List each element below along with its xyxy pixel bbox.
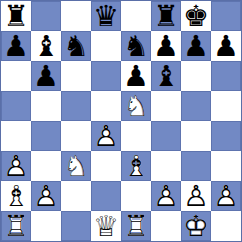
square-e6[interactable]: ♟	[121, 61, 151, 91]
square-d3[interactable]	[91, 151, 121, 181]
square-g6[interactable]	[181, 61, 211, 91]
square-f2[interactable]: ♟♙	[151, 181, 181, 211]
square-b4[interactable]	[31, 121, 61, 151]
piece-white-rook: ♖	[1, 211, 31, 241]
square-a8[interactable]: ♜	[1, 1, 31, 31]
square-g4[interactable]	[181, 121, 211, 151]
square-b8[interactable]	[31, 1, 61, 31]
square-g7[interactable]: ♟	[181, 31, 211, 61]
square-h3[interactable]	[211, 151, 241, 181]
square-h5[interactable]	[211, 91, 241, 121]
square-e8[interactable]	[121, 1, 151, 31]
piece-white-pawn: ♙	[91, 121, 121, 151]
piece-black-bishop: ♝	[151, 61, 181, 91]
square-c1[interactable]	[61, 211, 91, 241]
piece-white-pawn: ♙	[1, 151, 31, 181]
square-a2[interactable]: ♝♗	[1, 181, 31, 211]
square-d5[interactable]	[91, 91, 121, 121]
square-f1[interactable]	[151, 211, 181, 241]
piece-white-bishop: ♗	[1, 181, 31, 211]
square-g3[interactable]	[181, 151, 211, 181]
square-c7[interactable]: ♞	[61, 31, 91, 61]
piece-black-king: ♚	[181, 1, 211, 31]
piece-white-knight-fill: ♞	[61, 151, 91, 181]
square-d7[interactable]	[91, 31, 121, 61]
piece-white-queen: ♕	[91, 211, 121, 241]
square-f4[interactable]	[151, 121, 181, 151]
chess-board: ♜♛♜♚♟♝♞♞♟♟♟♟♟♝♞♘♟♙♟♙♞♘♝♗♝♗♟♙♟♙♟♙♟♙♜♖♛♕♜♖…	[0, 0, 242, 242]
piece-white-king: ♔	[181, 211, 211, 241]
square-a1[interactable]: ♜♖	[1, 211, 31, 241]
square-c5[interactable]	[61, 91, 91, 121]
square-a4[interactable]	[1, 121, 31, 151]
square-h1[interactable]	[211, 211, 241, 241]
square-d1[interactable]: ♛♕	[91, 211, 121, 241]
square-g2[interactable]: ♟♙	[181, 181, 211, 211]
piece-white-rook-fill: ♜	[1, 211, 31, 241]
square-f6[interactable]: ♝	[151, 61, 181, 91]
square-d4[interactable]: ♟♙	[91, 121, 121, 151]
square-c8[interactable]	[61, 1, 91, 31]
piece-white-pawn-fill: ♟	[181, 181, 211, 211]
square-a3[interactable]: ♟♙	[1, 151, 31, 181]
piece-black-bishop: ♝	[31, 31, 61, 61]
piece-white-pawn-fill: ♟	[31, 181, 61, 211]
piece-white-king-fill: ♚	[181, 211, 211, 241]
square-d2[interactable]	[91, 181, 121, 211]
square-e2[interactable]	[121, 181, 151, 211]
piece-black-knight: ♞	[61, 31, 91, 61]
square-e3[interactable]: ♝♗	[121, 151, 151, 181]
square-f7[interactable]: ♟	[151, 31, 181, 61]
piece-white-pawn: ♙	[31, 181, 61, 211]
piece-black-pawn: ♟	[211, 31, 241, 61]
piece-white-bishop-fill: ♝	[1, 181, 31, 211]
piece-white-rook-fill: ♜	[121, 211, 151, 241]
piece-black-queen: ♛	[91, 1, 121, 31]
square-h7[interactable]: ♟	[211, 31, 241, 61]
piece-black-rook: ♜	[151, 1, 181, 31]
square-c4[interactable]	[61, 121, 91, 151]
square-f3[interactable]	[151, 151, 181, 181]
square-e1[interactable]: ♜♖	[121, 211, 151, 241]
square-c2[interactable]	[61, 181, 91, 211]
piece-white-bishop-fill: ♝	[121, 151, 151, 181]
piece-white-knight-fill: ♞	[121, 91, 151, 121]
square-g1[interactable]: ♚♔	[181, 211, 211, 241]
square-b2[interactable]: ♟♙	[31, 181, 61, 211]
square-h8[interactable]	[211, 1, 241, 31]
piece-black-pawn: ♟	[31, 61, 61, 91]
square-f8[interactable]: ♜	[151, 1, 181, 31]
square-c6[interactable]	[61, 61, 91, 91]
square-d6[interactable]	[91, 61, 121, 91]
square-b1[interactable]	[31, 211, 61, 241]
square-e5[interactable]: ♞♘	[121, 91, 151, 121]
piece-white-pawn: ♙	[211, 181, 241, 211]
piece-black-pawn: ♟	[181, 31, 211, 61]
piece-white-pawn-fill: ♟	[1, 151, 31, 181]
square-e4[interactable]	[121, 121, 151, 151]
square-g5[interactable]	[181, 91, 211, 121]
square-e7[interactable]: ♞	[121, 31, 151, 61]
square-f5[interactable]	[151, 91, 181, 121]
square-d8[interactable]: ♛	[91, 1, 121, 31]
piece-white-rook: ♖	[121, 211, 151, 241]
piece-white-queen-fill: ♛	[91, 211, 121, 241]
piece-white-pawn: ♙	[181, 181, 211, 211]
piece-black-pawn: ♟	[151, 31, 181, 61]
piece-black-pawn: ♟	[121, 61, 151, 91]
piece-white-pawn-fill: ♟	[211, 181, 241, 211]
piece-black-knight: ♞	[121, 31, 151, 61]
piece-white-pawn-fill: ♟	[151, 181, 181, 211]
square-h6[interactable]	[211, 61, 241, 91]
square-g8[interactable]: ♚	[181, 1, 211, 31]
piece-white-pawn: ♙	[151, 181, 181, 211]
piece-white-knight: ♘	[121, 91, 151, 121]
square-c3[interactable]: ♞♘	[61, 151, 91, 181]
square-a6[interactable]	[1, 61, 31, 91]
piece-white-knight: ♘	[61, 151, 91, 181]
square-h4[interactable]	[211, 121, 241, 151]
square-b6[interactable]: ♟	[31, 61, 61, 91]
piece-black-rook: ♜	[1, 1, 31, 31]
square-a5[interactable]	[1, 91, 31, 121]
square-b5[interactable]	[31, 91, 61, 121]
piece-white-pawn-fill: ♟	[91, 121, 121, 151]
square-b3[interactable]	[31, 151, 61, 181]
square-b7[interactable]: ♝	[31, 31, 61, 61]
square-h2[interactable]: ♟♙	[211, 181, 241, 211]
piece-white-bishop: ♗	[121, 151, 151, 181]
piece-black-pawn: ♟	[1, 31, 31, 61]
square-a7[interactable]: ♟	[1, 31, 31, 61]
